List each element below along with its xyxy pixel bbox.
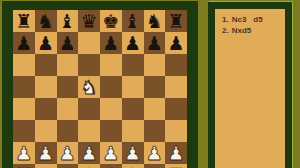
- square-b1[interactable]: [35, 164, 57, 168]
- piece-white-pawn[interactable]: ♟: [144, 142, 166, 164]
- piece-black-pawn[interactable]: ♟: [57, 32, 79, 54]
- square-d7[interactable]: [78, 32, 100, 54]
- square-g5[interactable]: [144, 76, 166, 98]
- piece-black-queen[interactable]: ♛: [78, 10, 100, 32]
- square-e5[interactable]: [100, 76, 122, 98]
- square-h1[interactable]: ♜: [165, 164, 187, 168]
- white-move: Nxd5: [232, 26, 252, 35]
- piece-black-king[interactable]: ♚: [100, 10, 122, 32]
- piece-black-pawn[interactable]: ♟: [144, 32, 166, 54]
- piece-black-pawn[interactable]: ♟: [100, 32, 122, 54]
- square-f3[interactable]: [122, 120, 144, 142]
- move-list-panel: 1.Nc3d5 2.Nxd5: [208, 2, 292, 168]
- square-a3[interactable]: [13, 120, 35, 142]
- piece-white-rook[interactable]: ♜: [13, 164, 35, 168]
- move-line-2: 2.Nxd5: [222, 25, 283, 36]
- square-b2[interactable]: ♟: [35, 142, 57, 164]
- square-d4[interactable]: [78, 98, 100, 120]
- piece-black-pawn[interactable]: ♟: [35, 32, 57, 54]
- square-h4[interactable]: [165, 98, 187, 120]
- board-frame: ♜♞♝♛♚♝♞♜♟♟♟♟♟♟♟♞♟♟♟♟♟♟♟♟♜♝♛♚♝♞♜: [2, 1, 198, 168]
- square-d6[interactable]: [78, 54, 100, 76]
- square-h5[interactable]: [165, 76, 187, 98]
- piece-black-bishop[interactable]: ♝: [122, 10, 144, 32]
- piece-black-pawn[interactable]: ♟: [165, 32, 187, 54]
- square-f4[interactable]: [122, 98, 144, 120]
- piece-black-pawn[interactable]: ♟: [122, 32, 144, 54]
- square-c3[interactable]: [57, 120, 79, 142]
- square-c6[interactable]: [57, 54, 79, 76]
- square-h8[interactable]: ♜: [165, 10, 187, 32]
- square-f5[interactable]: [122, 76, 144, 98]
- piece-black-pawn[interactable]: ♟: [13, 32, 35, 54]
- piece-white-pawn[interactable]: ♟: [122, 142, 144, 164]
- square-e1[interactable]: ♚: [100, 164, 122, 168]
- square-a5[interactable]: [13, 76, 35, 98]
- square-c5[interactable]: [57, 76, 79, 98]
- square-a1[interactable]: ♜: [13, 164, 35, 168]
- square-g6[interactable]: [144, 54, 166, 76]
- piece-white-rook[interactable]: ♜: [165, 164, 187, 168]
- square-c7[interactable]: ♟: [57, 32, 79, 54]
- square-c8[interactable]: ♝: [57, 10, 79, 32]
- square-b6[interactable]: [35, 54, 57, 76]
- square-e4[interactable]: [100, 98, 122, 120]
- square-e3[interactable]: [100, 120, 122, 142]
- piece-white-pawn[interactable]: ♟: [13, 142, 35, 164]
- move-number: 2.: [222, 26, 229, 35]
- square-h2[interactable]: ♟: [165, 142, 187, 164]
- square-a4[interactable]: [13, 98, 35, 120]
- piece-white-bishop[interactable]: ♝: [57, 164, 79, 168]
- square-g1[interactable]: ♞: [144, 164, 166, 168]
- square-h6[interactable]: [165, 54, 187, 76]
- square-c1[interactable]: ♝: [57, 164, 79, 168]
- piece-white-pawn[interactable]: ♟: [165, 142, 187, 164]
- square-c4[interactable]: [57, 98, 79, 120]
- black-move: d5: [253, 15, 262, 24]
- square-d8[interactable]: ♛: [78, 10, 100, 32]
- piece-white-knight[interactable]: ♞: [144, 164, 166, 168]
- square-f8[interactable]: ♝: [122, 10, 144, 32]
- square-a6[interactable]: [13, 54, 35, 76]
- square-d1[interactable]: ♛: [78, 164, 100, 168]
- piece-white-king[interactable]: ♚: [100, 164, 122, 168]
- square-g2[interactable]: ♟: [144, 142, 166, 164]
- square-c2[interactable]: ♟: [57, 142, 79, 164]
- piece-white-pawn[interactable]: ♟: [78, 142, 100, 164]
- square-a2[interactable]: ♟: [13, 142, 35, 164]
- square-e8[interactable]: ♚: [100, 10, 122, 32]
- square-h3[interactable]: [165, 120, 187, 142]
- piece-black-rook[interactable]: ♜: [13, 10, 35, 32]
- piece-black-rook[interactable]: ♜: [165, 10, 187, 32]
- square-e2[interactable]: ♟: [100, 142, 122, 164]
- square-b8[interactable]: ♞: [35, 10, 57, 32]
- piece-black-knight[interactable]: ♞: [35, 10, 57, 32]
- move-number: 1.: [222, 15, 229, 24]
- square-g7[interactable]: ♟: [144, 32, 166, 54]
- square-g3[interactable]: [144, 120, 166, 142]
- square-g4[interactable]: [144, 98, 166, 120]
- piece-black-knight[interactable]: ♞: [144, 10, 166, 32]
- piece-white-queen[interactable]: ♛: [78, 164, 100, 168]
- piece-white-pawn[interactable]: ♟: [100, 142, 122, 164]
- square-b5[interactable]: [35, 76, 57, 98]
- move-list: 1.Nc3d5 2.Nxd5: [215, 9, 285, 36]
- chess-app-screen: ♜♞♝♛♚♝♞♜♟♟♟♟♟♟♟♞♟♟♟♟♟♟♟♟♜♝♛♚♝♞♜ 1.Nc3d5 …: [0, 0, 300, 168]
- square-e7[interactable]: ♟: [100, 32, 122, 54]
- square-b3[interactable]: [35, 120, 57, 142]
- chess-board: ♜♞♝♛♚♝♞♜♟♟♟♟♟♟♟♞♟♟♟♟♟♟♟♟♜♝♛♚♝♞♜: [13, 10, 187, 168]
- square-f6[interactable]: [122, 54, 144, 76]
- move-line-1: 1.Nc3d5: [222, 14, 283, 25]
- square-h7[interactable]: ♟: [165, 32, 187, 54]
- white-move: Nc3: [232, 15, 247, 24]
- square-d3[interactable]: [78, 120, 100, 142]
- square-e6[interactable]: [100, 54, 122, 76]
- piece-white-knight[interactable]: ♞: [78, 76, 100, 98]
- square-b7[interactable]: ♟: [35, 32, 57, 54]
- square-f1[interactable]: ♝: [122, 164, 144, 168]
- square-f7[interactable]: ♟: [122, 32, 144, 54]
- square-a8[interactable]: ♜: [13, 10, 35, 32]
- square-b4[interactable]: [35, 98, 57, 120]
- square-d2[interactable]: ♟: [78, 142, 100, 164]
- piece-black-bishop[interactable]: ♝: [57, 10, 79, 32]
- square-f2[interactable]: ♟: [122, 142, 144, 164]
- piece-white-bishop[interactable]: ♝: [122, 164, 144, 168]
- square-g8[interactable]: ♞: [144, 10, 166, 32]
- square-a7[interactable]: ♟: [13, 32, 35, 54]
- piece-white-pawn[interactable]: ♟: [35, 142, 57, 164]
- piece-white-pawn[interactable]: ♟: [57, 142, 79, 164]
- square-d5[interactable]: ♞: [78, 76, 100, 98]
